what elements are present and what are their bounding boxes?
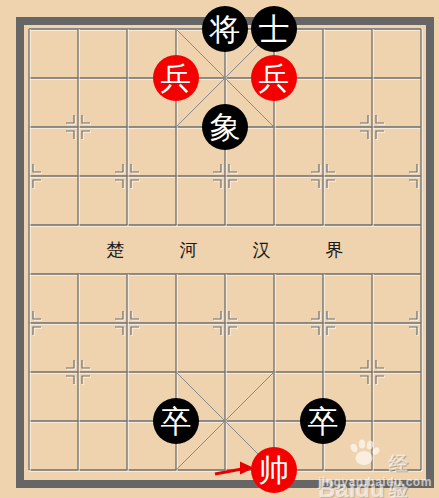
piece-red-general[interactable]: 帅 [251, 447, 297, 493]
river-char-han: 汉 [253, 238, 271, 262]
river-char-he: 河 [180, 238, 198, 262]
piece-red-soldier-1[interactable]: 兵 [153, 55, 199, 101]
river-char-jie: 界 [326, 238, 344, 262]
xiangqi-diagram: 楚 河 汉 界 将士兵兵象卒卒帅 Baidu 经验 jingyan [0, 0, 439, 498]
river-label: 楚 河 汉 界 [29, 227, 421, 273]
piece-black-elephant[interactable]: 象 [202, 104, 248, 150]
piece-red-soldier-2[interactable]: 兵 [251, 55, 297, 101]
piece-black-soldier-1[interactable]: 卒 [153, 398, 199, 444]
arrow-annotation [215, 462, 254, 475]
river-char-chu: 楚 [107, 238, 125, 262]
piece-black-general[interactable]: 将 [202, 6, 248, 52]
piece-black-soldier-2[interactable]: 卒 [300, 398, 346, 444]
piece-black-advisor[interactable]: 士 [251, 6, 297, 52]
